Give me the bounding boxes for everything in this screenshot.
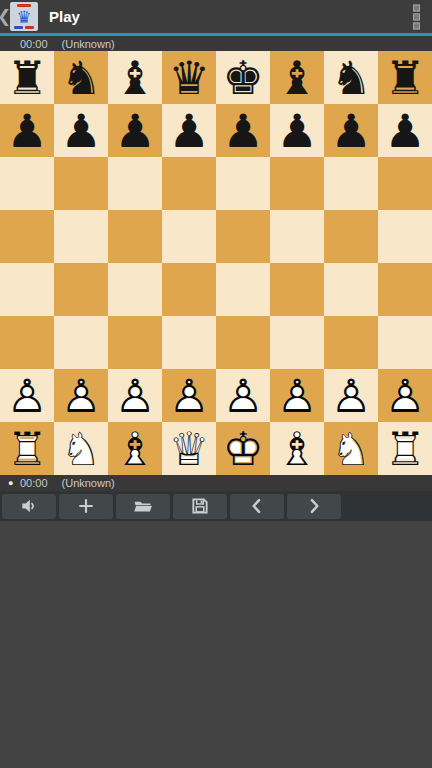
square-g8[interactable]: ♞: [324, 51, 378, 104]
plus-icon: [76, 496, 96, 516]
piece-black-pawn: ♟: [114, 108, 155, 154]
square-f1[interactable]: ♝♗: [270, 422, 324, 475]
square-e4[interactable]: [216, 263, 270, 316]
square-c3[interactable]: [108, 316, 162, 369]
square-a2[interactable]: ♟♙: [0, 369, 54, 422]
square-a6[interactable]: [0, 157, 54, 210]
piece-black-pawn: ♟: [276, 108, 317, 154]
white-player-name: (Unknown): [62, 477, 115, 489]
square-d2[interactable]: ♟♙: [162, 369, 216, 422]
square-d1[interactable]: ♛♕: [162, 422, 216, 475]
square-d7[interactable]: ♟: [162, 104, 216, 157]
next-move-button[interactable]: [287, 494, 341, 519]
square-h1[interactable]: ♜♖: [378, 422, 432, 475]
square-a1[interactable]: ♜♖: [0, 422, 54, 475]
piece-white-bishop: ♝♗: [276, 426, 317, 472]
square-a8[interactable]: ♜: [0, 51, 54, 104]
piece-white-pawn: ♟♙: [114, 373, 155, 419]
square-f8[interactable]: ♝: [270, 51, 324, 104]
folder-open-icon: [133, 496, 153, 516]
save-button[interactable]: [173, 494, 227, 519]
square-g3[interactable]: [324, 316, 378, 369]
square-d6[interactable]: [162, 157, 216, 210]
chevron-right-icon: [304, 496, 324, 516]
square-f4[interactable]: [270, 263, 324, 316]
piece-white-pawn: ♟♙: [222, 373, 263, 419]
open-button[interactable]: [116, 494, 170, 519]
square-b2[interactable]: ♟♙: [54, 369, 108, 422]
square-d5[interactable]: [162, 210, 216, 263]
piece-black-pawn: ♟: [384, 108, 425, 154]
overflow-menu-icon[interactable]: [411, 0, 422, 33]
black-player-name: (Unknown): [62, 38, 115, 50]
piece-white-pawn: ♟♙: [6, 373, 47, 419]
square-e6[interactable]: [216, 157, 270, 210]
piece-black-pawn: ♟: [168, 108, 209, 154]
square-c2[interactable]: ♟♙: [108, 369, 162, 422]
square-g4[interactable]: [324, 263, 378, 316]
app-icon-red-text2: [25, 26, 34, 29]
piece-white-king: ♚♔: [222, 426, 263, 472]
square-a4[interactable]: [0, 263, 54, 316]
square-c6[interactable]: [108, 157, 162, 210]
square-b6[interactable]: [54, 157, 108, 210]
black-clock-time: 00:00: [20, 38, 48, 50]
square-e3[interactable]: [216, 316, 270, 369]
piece-black-king: ♚: [222, 55, 263, 101]
piece-white-pawn: ♟♙: [276, 373, 317, 419]
square-d3[interactable]: [162, 316, 216, 369]
square-c4[interactable]: [108, 263, 162, 316]
piece-black-rook: ♜: [384, 55, 425, 101]
square-c1[interactable]: ♝♗: [108, 422, 162, 475]
square-e1[interactable]: ♚♔: [216, 422, 270, 475]
square-e2[interactable]: ♟♙: [216, 369, 270, 422]
previous-move-button[interactable]: [230, 494, 284, 519]
chess-queen-app-icon[interactable]: ♛: [10, 2, 38, 31]
piece-white-rook: ♜♖: [6, 426, 47, 472]
square-g6[interactable]: [324, 157, 378, 210]
piece-white-pawn: ♟♙: [384, 373, 425, 419]
square-d4[interactable]: [162, 263, 216, 316]
square-b1[interactable]: ♞♘: [54, 422, 108, 475]
square-f7[interactable]: ♟: [270, 104, 324, 157]
square-h6[interactable]: [378, 157, 432, 210]
piece-black-pawn: ♟: [60, 108, 101, 154]
piece-white-knight: ♞♘: [60, 426, 101, 472]
piece-white-pawn: ♟♙: [60, 373, 101, 419]
piece-white-queen: ♛♕: [168, 426, 209, 472]
piece-black-bishop: ♝: [276, 55, 317, 101]
square-h2[interactable]: ♟♙: [378, 369, 432, 422]
piece-white-rook: ♜♖: [384, 426, 425, 472]
piece-black-queen: ♛: [168, 55, 209, 101]
action-bar: ❮ ♛ Play: [0, 0, 432, 33]
square-f3[interactable]: [270, 316, 324, 369]
toolbar: [0, 491, 432, 521]
square-g7[interactable]: ♟: [324, 104, 378, 157]
app-icon-red-text: [17, 4, 31, 7]
queen-crown-icon: ♛: [16, 9, 31, 26]
black-turn-dot: ●: [8, 39, 20, 48]
white-clock-row: ● 00:00 (Unknown): [0, 475, 432, 491]
chevron-left-icon: [247, 496, 267, 516]
square-c8[interactable]: ♝: [108, 51, 162, 104]
piece-black-pawn: ♟: [6, 108, 47, 154]
speaker-icon: [19, 496, 39, 516]
square-c7[interactable]: ♟: [108, 104, 162, 157]
square-b4[interactable]: [54, 263, 108, 316]
square-c5[interactable]: [108, 210, 162, 263]
piece-black-knight: ♞: [330, 55, 371, 101]
square-e5[interactable]: [216, 210, 270, 263]
square-h5[interactable]: [378, 210, 432, 263]
white-turn-dot: ●: [8, 479, 20, 488]
square-h3[interactable]: [378, 316, 432, 369]
piece-white-pawn: ♟♙: [330, 373, 371, 419]
square-f5[interactable]: [270, 210, 324, 263]
square-b7[interactable]: ♟: [54, 104, 108, 157]
save-icon: [190, 496, 210, 516]
square-b8[interactable]: ♞: [54, 51, 108, 104]
app-icon-blue-text: [14, 26, 23, 29]
app-screen: ❮ ♛ Play ● 00:00 (Unknown) ♜♞♝♛♚♝♞♜♟♟♟♟♟…: [0, 0, 432, 768]
piece-black-pawn: ♟: [330, 108, 371, 154]
piece-white-pawn: ♟♙: [168, 373, 209, 419]
square-h7[interactable]: ♟: [378, 104, 432, 157]
square-f2[interactable]: ♟♙: [270, 369, 324, 422]
square-d8[interactable]: ♛: [162, 51, 216, 104]
piece-black-knight: ♞: [60, 55, 101, 101]
new-game-button[interactable]: [59, 494, 113, 519]
sound-button[interactable]: [2, 494, 56, 519]
square-e7[interactable]: ♟: [216, 104, 270, 157]
chess-board[interactable]: ♜♞♝♛♚♝♞♜♟♟♟♟♟♟♟♟♟♙♟♙♟♙♟♙♟♙♟♙♟♙♟♙♜♖♞♘♝♗♛♕…: [0, 51, 432, 475]
square-g5[interactable]: [324, 210, 378, 263]
white-clock-time: 00:00: [20, 477, 48, 489]
square-f6[interactable]: [270, 157, 324, 210]
background-area: [0, 521, 432, 768]
square-h8[interactable]: ♜: [378, 51, 432, 104]
black-clock-row: ● 00:00 (Unknown): [0, 36, 432, 51]
piece-white-bishop: ♝♗: [114, 426, 155, 472]
square-h4[interactable]: [378, 263, 432, 316]
piece-black-pawn: ♟: [222, 108, 263, 154]
square-b3[interactable]: [54, 316, 108, 369]
piece-white-knight: ♞♘: [330, 426, 371, 472]
square-a3[interactable]: [0, 316, 54, 369]
page-title: Play: [49, 8, 80, 25]
chevron-left-icon[interactable]: ❮: [0, 0, 7, 33]
piece-black-bishop: ♝: [114, 55, 155, 101]
square-b5[interactable]: [54, 210, 108, 263]
square-g1[interactable]: ♞♘: [324, 422, 378, 475]
piece-black-rook: ♜: [6, 55, 47, 101]
square-a7[interactable]: ♟: [0, 104, 54, 157]
square-g2[interactable]: ♟♙: [324, 369, 378, 422]
square-a5[interactable]: [0, 210, 54, 263]
square-e8[interactable]: ♚: [216, 51, 270, 104]
